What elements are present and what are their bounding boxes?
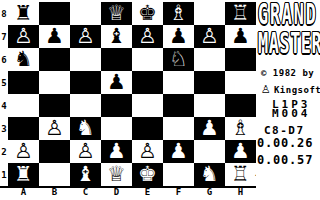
file-label-f: F: [163, 188, 194, 197]
square-g3[interactable]: ♟: [194, 117, 225, 140]
publisher-line: ♙ Kingsoft: [261, 84, 320, 95]
square-a4[interactable]: [8, 94, 39, 117]
square-c4[interactable]: [70, 94, 101, 117]
square-b5[interactable]: [39, 71, 70, 94]
title-grand: GRAND: [258, 0, 320, 29]
square-e8[interactable]: ♚: [132, 2, 163, 25]
square-h7[interactable]: ♟: [225, 25, 256, 48]
rank-label-3: 3: [0, 125, 8, 134]
clock-bottom: 0.00.57: [257, 155, 313, 165]
white-knight: ♞: [76, 117, 95, 140]
white-bishop: ♝: [76, 163, 95, 186]
square-g8[interactable]: [194, 2, 225, 25]
square-a1[interactable]: ♜: [8, 163, 39, 186]
square-g4[interactable]: [194, 94, 225, 117]
square-b6[interactable]: [39, 48, 70, 71]
square-d7[interactable]: ♝: [101, 25, 132, 48]
white-pawn: ♟: [231, 140, 250, 163]
square-h6[interactable]: [225, 48, 256, 71]
rank-label-4: 4: [0, 102, 8, 111]
file-label-g: G: [194, 188, 225, 197]
square-a6[interactable]: ♞: [8, 48, 39, 71]
white-king: ♚: [138, 163, 157, 186]
black-pawn: ♙: [138, 25, 157, 48]
square-b7[interactable]: ♟: [39, 25, 70, 48]
square-c7[interactable]: ♙: [70, 25, 101, 48]
side-panel: GRAND MASTER © 1982 by ♙ Kingsoft L1P3 M…: [256, 0, 320, 200]
square-h8[interactable]: ♖: [225, 2, 256, 25]
grandmaster-screen: 87654321 ♜♕♚♗♖♙♟♙♝♙♟♙♟♞♘♟♙♞♟♗♙♙♟♙♟♟♜♝♕♚♞…: [0, 0, 320, 200]
white-pawn: ♟: [200, 117, 219, 140]
square-h4[interactable]: [225, 94, 256, 117]
white-bishop: ♗: [231, 117, 250, 140]
move-counter: M004: [272, 110, 311, 119]
white-pawn: ♙: [76, 140, 95, 163]
white-knight: ♞: [200, 163, 219, 186]
square-f7[interactable]: ♟: [163, 25, 194, 48]
black-bishop: ♗: [169, 2, 188, 25]
square-f3[interactable]: [163, 117, 194, 140]
black-pawn: ♟: [231, 25, 250, 48]
square-b2[interactable]: [39, 140, 70, 163]
rank-label-6: 6: [0, 56, 8, 65]
level-move-indicator: L1P3 M004: [272, 101, 311, 118]
square-g1[interactable]: ♞: [194, 163, 225, 186]
square-e1[interactable]: ♚: [132, 163, 163, 186]
black-queen: ♕: [107, 2, 126, 25]
square-g5[interactable]: [194, 71, 225, 94]
black-knight: ♘: [169, 48, 188, 71]
square-d3[interactable]: [101, 117, 132, 140]
black-pawn: ♙: [14, 25, 33, 48]
square-a2[interactable]: ♙: [8, 140, 39, 163]
square-d8[interactable]: ♕: [101, 2, 132, 25]
black-pawn: ♟: [45, 25, 64, 48]
rank-label-1: 1: [0, 171, 8, 180]
kingsoft-logo-icon: ♙: [261, 84, 271, 95]
white-queen: ♕: [107, 163, 126, 186]
white-pawn: ♟: [107, 140, 126, 163]
black-king: ♚: [138, 2, 157, 25]
file-label-h: H: [225, 188, 256, 197]
rank-label-8: 8: [0, 10, 8, 19]
square-e3[interactable]: [132, 117, 163, 140]
black-rook: ♖: [231, 2, 250, 25]
white-rook: ♜: [14, 163, 33, 186]
white-pawn: ♟: [169, 140, 188, 163]
black-rook: ♜: [14, 2, 33, 25]
square-d5[interactable]: ♟: [101, 71, 132, 94]
square-a8[interactable]: ♜: [8, 2, 39, 25]
square-e4[interactable]: [132, 94, 163, 117]
square-h3[interactable]: ♗: [225, 117, 256, 140]
file-label-e: E: [132, 188, 163, 197]
square-a3[interactable]: [8, 117, 39, 140]
square-b3[interactable]: ♙: [39, 117, 70, 140]
square-f1[interactable]: [163, 163, 194, 186]
black-pawn: ♟: [107, 71, 126, 94]
rank-label-5: 5: [0, 79, 8, 88]
square-e7[interactable]: ♙: [132, 25, 163, 48]
board-bottom-border: [0, 186, 266, 188]
square-b4[interactable]: [39, 94, 70, 117]
file-label-b: B: [39, 188, 70, 197]
square-c1[interactable]: ♝: [70, 163, 101, 186]
black-knight: ♞: [14, 48, 33, 71]
publisher-name: Kingsoft: [274, 85, 320, 95]
square-c6[interactable]: [70, 48, 101, 71]
square-d2[interactable]: ♟: [101, 140, 132, 163]
square-d1[interactable]: ♕: [101, 163, 132, 186]
square-h5[interactable]: [225, 71, 256, 94]
square-e6[interactable]: [132, 48, 163, 71]
black-pawn: ♙: [76, 25, 95, 48]
file-label-a: A: [8, 188, 39, 197]
rank-label-7: 7: [0, 33, 8, 42]
square-f5[interactable]: [163, 71, 194, 94]
square-a7[interactable]: ♙: [8, 25, 39, 48]
square-b8[interactable]: [39, 2, 70, 25]
square-c5[interactable]: [70, 71, 101, 94]
square-d4[interactable]: [101, 94, 132, 117]
black-pawn: ♙: [200, 25, 219, 48]
app-title: GRAND MASTER: [258, 0, 320, 58]
white-pawn: ♙: [45, 117, 64, 140]
square-d6[interactable]: [101, 48, 132, 71]
clock-top: 0.00.26: [257, 138, 313, 148]
square-e5[interactable]: [132, 71, 163, 94]
rank-label-2: 2: [0, 148, 8, 157]
square-g6[interactable]: [194, 48, 225, 71]
white-pawn: ♙: [138, 140, 157, 163]
file-label-c: C: [70, 188, 101, 197]
square-g7[interactable]: ♙: [194, 25, 225, 48]
square-f8[interactable]: ♗: [163, 2, 194, 25]
square-h1[interactable]: ♖: [225, 163, 256, 186]
white-rook: ♖: [231, 163, 250, 186]
square-f6[interactable]: ♘: [163, 48, 194, 71]
square-a5[interactable]: [8, 71, 39, 94]
title-master: MASTER: [258, 29, 320, 58]
square-c3[interactable]: ♞: [70, 117, 101, 140]
square-c2[interactable]: ♙: [70, 140, 101, 163]
file-label-d: D: [101, 188, 132, 197]
white-pawn: ♙: [14, 140, 33, 163]
square-g2[interactable]: [194, 140, 225, 163]
square-h2[interactable]: ♟: [225, 140, 256, 163]
square-f2[interactable]: ♟: [163, 140, 194, 163]
black-pawn: ♟: [169, 25, 188, 48]
square-e2[interactable]: ♙: [132, 140, 163, 163]
square-f4[interactable]: [163, 94, 194, 117]
square-c8[interactable]: [70, 2, 101, 25]
square-b1[interactable]: [39, 163, 70, 186]
black-bishop: ♝: [107, 25, 126, 48]
chess-board: ♜♕♚♗♖♙♟♙♝♙♟♙♟♞♘♟♙♞♟♗♙♙♟♙♟♟♜♝♕♚♞♖: [8, 2, 256, 186]
copyright-text: © 1982 by: [261, 68, 314, 78]
